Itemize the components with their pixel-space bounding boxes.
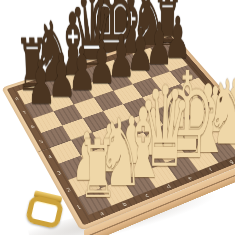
square-f3 [163,118,194,140]
chess-set-photo: ♜♞♝♛♚♝♞♜♟♟♟♟♟♟♟♟♟♟♟♟♟♟♟♟♜♞♝♛♚♝♞♜ abcdefg… [0,0,235,235]
brass-latch [22,188,67,232]
